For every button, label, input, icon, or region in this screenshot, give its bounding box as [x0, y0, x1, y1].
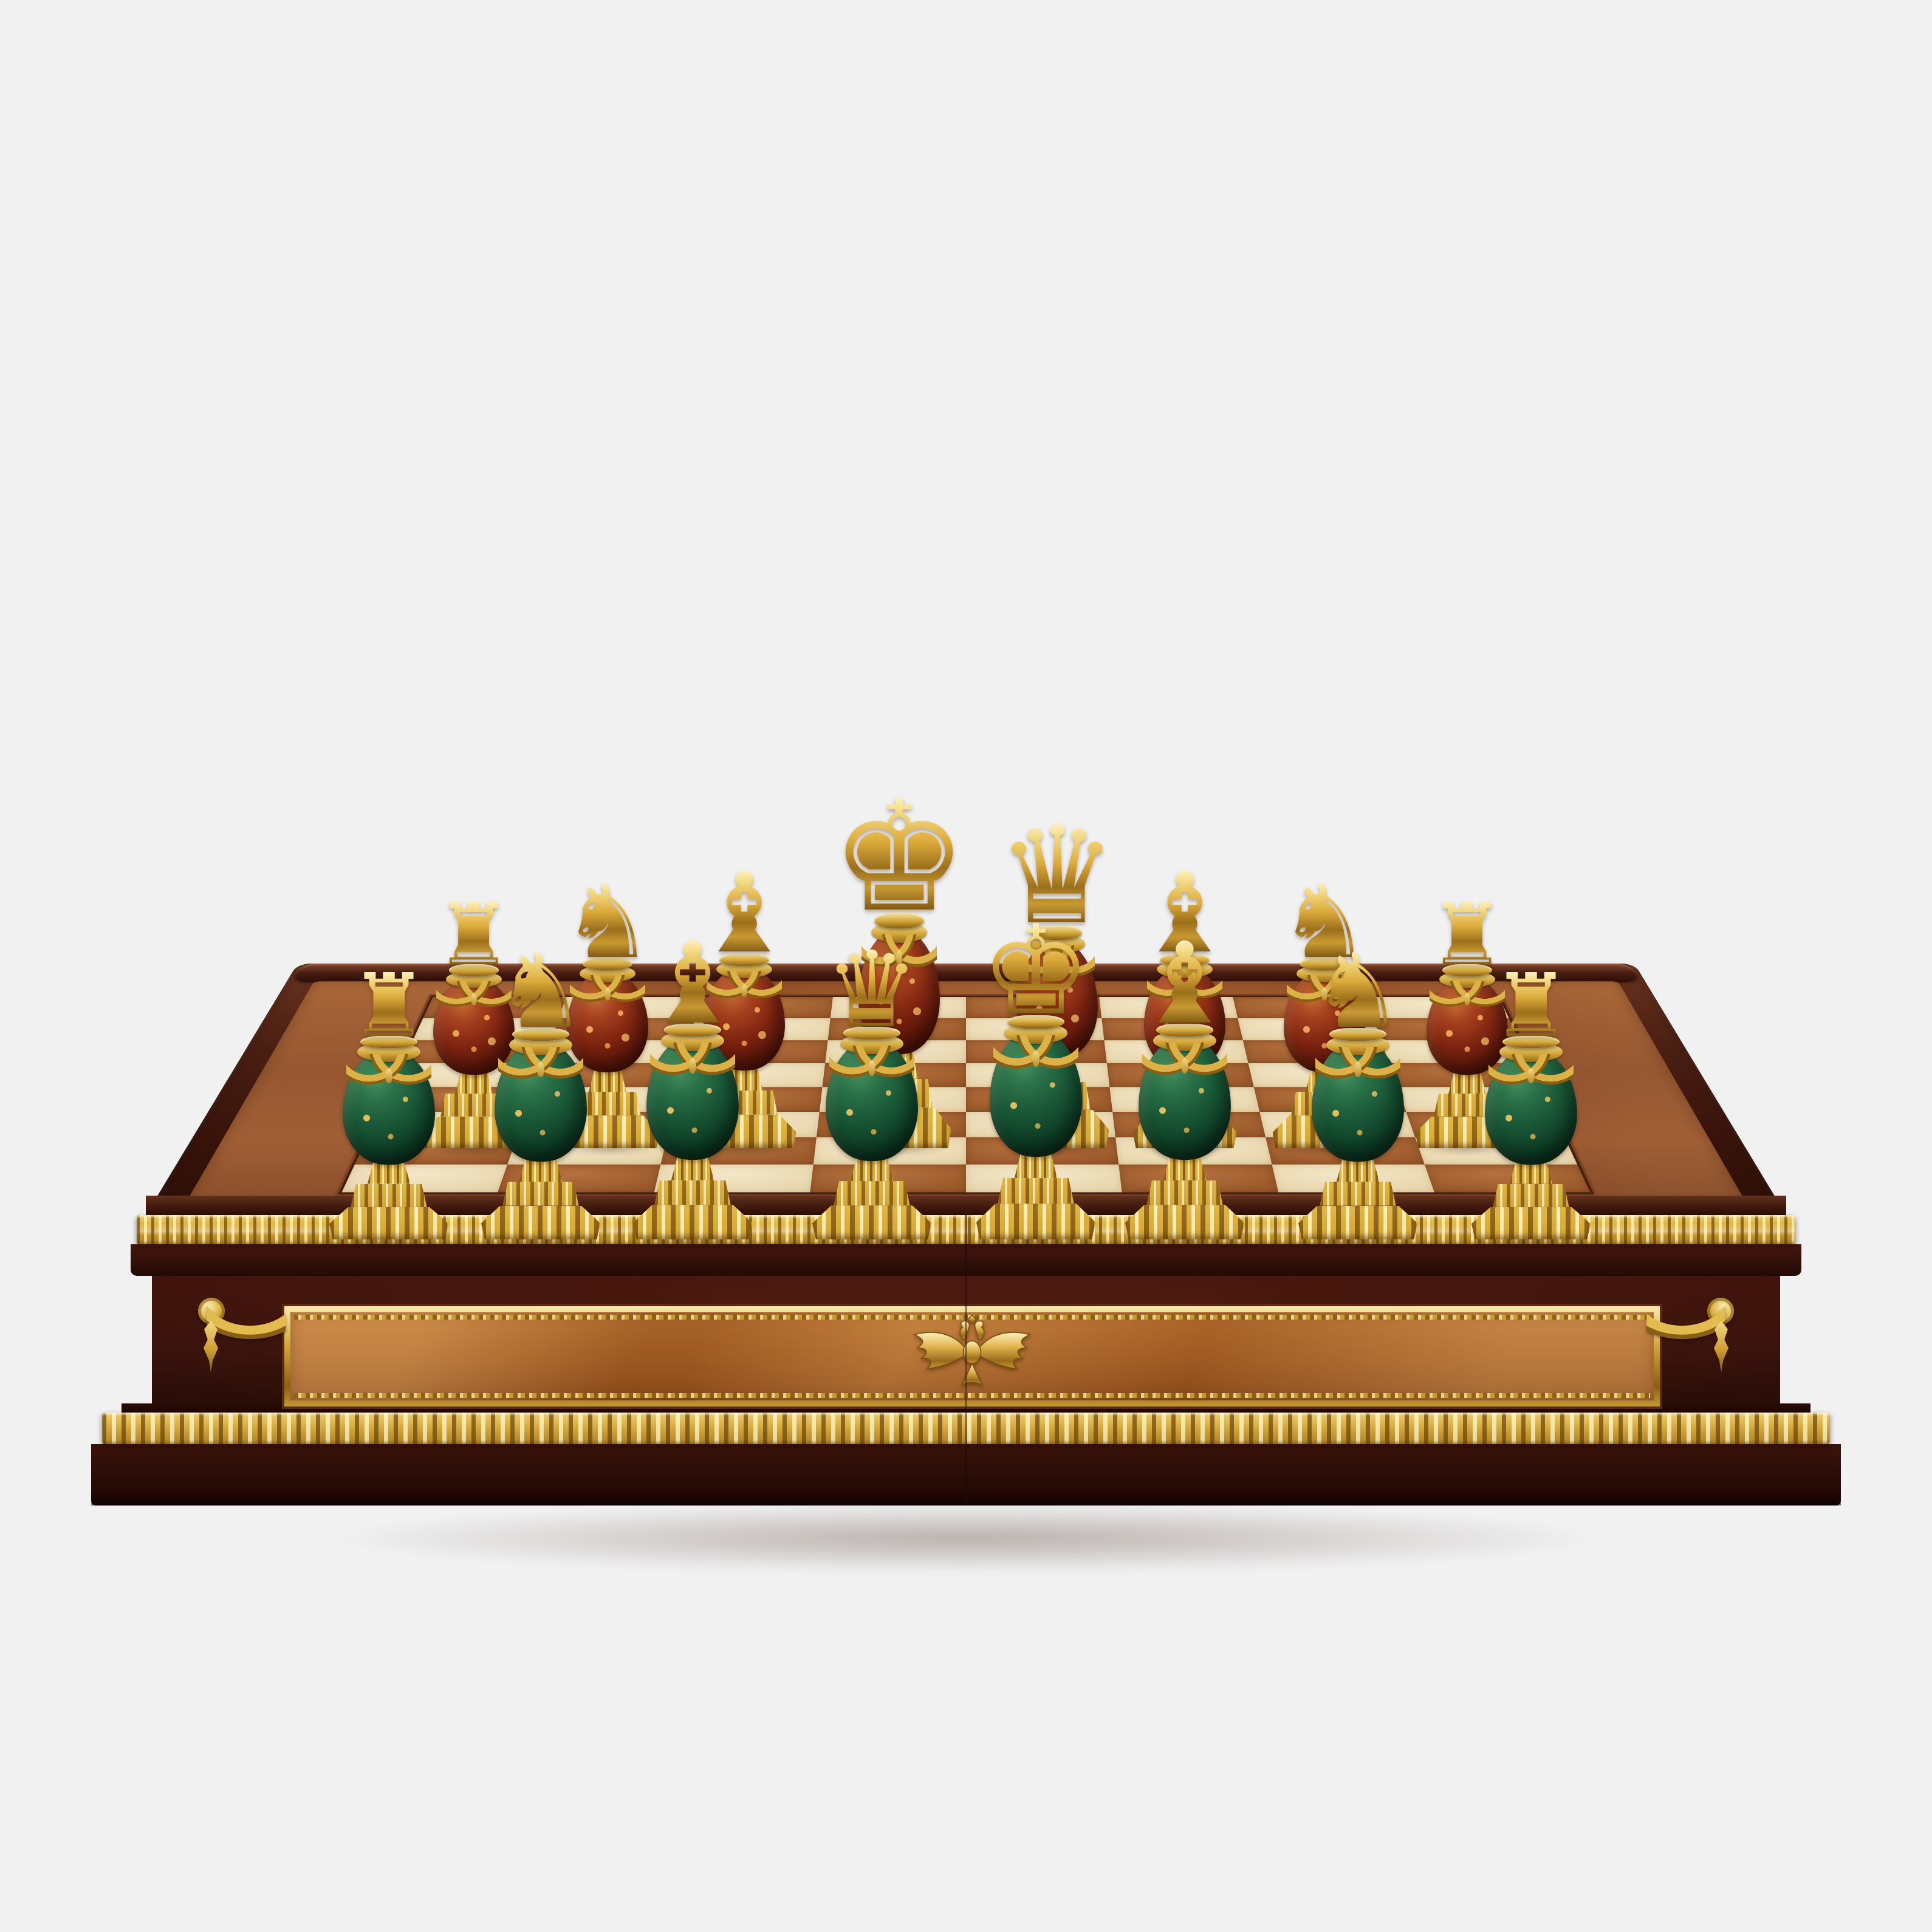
bishop-topper-icon: ♝ [642, 939, 743, 1029]
garland-swag [1315, 1047, 1400, 1105]
gold-pedestal [812, 1159, 931, 1239]
green-egg-body [990, 1029, 1082, 1157]
ped-mid [1320, 1182, 1396, 1206]
garland-swag [1142, 1043, 1227, 1101]
ped-foot [1125, 1205, 1244, 1239]
knight-topper-icon: ♞ [1311, 950, 1404, 1033]
garland-swag [346, 1054, 431, 1110]
ped-neck [368, 1162, 410, 1184]
ped-foot [329, 1207, 448, 1239]
gold-pedestal [1298, 1159, 1417, 1239]
ped-mid [1493, 1184, 1569, 1207]
garland-swag [829, 1046, 914, 1104]
piece-green-bishop-c2[interactable]: ♝ [631, 931, 755, 1239]
king-topper-icon: ♚ [981, 922, 1091, 1020]
ped-foot [481, 1206, 600, 1239]
green-egg-body [1485, 1048, 1577, 1165]
bishop-topper-icon: ♝ [1134, 939, 1235, 1029]
ped-foot [812, 1205, 931, 1239]
garland-swag [650, 1043, 735, 1101]
gold-pedestal [976, 1154, 1095, 1239]
ped-foot [1298, 1206, 1417, 1239]
ped-mid [1146, 1180, 1222, 1205]
queen-topper-icon: ♛ [824, 948, 919, 1032]
piece-green-rook-h2[interactable]: ♜ [1469, 948, 1593, 1239]
ped-neck [1163, 1157, 1206, 1180]
ped-foot [976, 1204, 1095, 1239]
piece-green-bishop-f2[interactable]: ♝ [1123, 931, 1247, 1239]
green-egg-body [495, 1041, 587, 1162]
ped-neck [1337, 1159, 1379, 1182]
ped-mid [998, 1178, 1074, 1204]
gold-pedestal [1125, 1157, 1244, 1239]
gold-pedestal [633, 1157, 752, 1239]
pieces-layer: ♜♞♝♛♚♝♞♜♜♞♝♚♛♝♞♜ [0, 0, 1932, 1932]
ped-neck [851, 1159, 893, 1181]
ped-neck [671, 1157, 714, 1180]
garland-swag [498, 1047, 583, 1105]
rook-topper-icon: ♜ [1492, 971, 1570, 1041]
piece-green-rook-a2[interactable]: ♜ [327, 948, 451, 1239]
green-egg-body [646, 1036, 739, 1160]
green-egg-body [343, 1048, 435, 1165]
garland-swag [1488, 1054, 1574, 1110]
gold-pedestal [1471, 1162, 1591, 1239]
ped-mid [654, 1180, 730, 1205]
ped-mid [834, 1181, 909, 1205]
rook-topper-icon: ♜ [349, 971, 428, 1041]
gold-pedestal [329, 1162, 448, 1239]
piece-green-queen-d2[interactable]: ♛ [810, 936, 934, 1239]
knight-topper-icon: ♞ [494, 950, 587, 1033]
green-egg-body [1139, 1036, 1231, 1160]
green-egg-body [826, 1040, 918, 1161]
ped-neck [1015, 1154, 1057, 1178]
green-egg-body [1312, 1041, 1404, 1162]
piece-green-king-e2[interactable]: ♚ [974, 919, 1098, 1239]
piece-green-knight-b2[interactable]: ♞ [479, 937, 603, 1239]
piece-green-knight-g2[interactable]: ♞ [1296, 937, 1420, 1239]
ped-foot [1471, 1207, 1591, 1239]
ped-mid [351, 1184, 426, 1207]
chess-set-photo: ♜♞♝♛♚♝♞♜♜♞♝♚♛♝♞♜ [0, 0, 1932, 1932]
gold-pedestal [481, 1159, 600, 1239]
ped-mid [502, 1182, 578, 1206]
ped-foot [633, 1205, 752, 1239]
garland-swag [993, 1035, 1078, 1097]
ped-neck [1510, 1162, 1552, 1184]
ped-neck [519, 1159, 562, 1182]
king-topper-icon: ♚ [831, 795, 968, 918]
